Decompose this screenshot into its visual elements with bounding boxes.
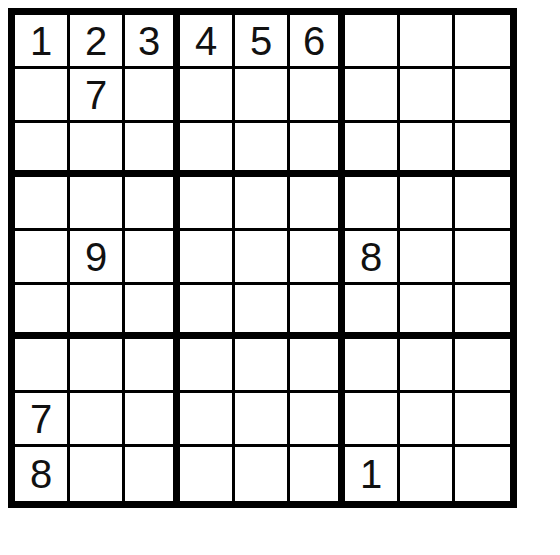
cell-r8c2[interactable] — [70, 393, 125, 447]
cell-r6c5[interactable] — [235, 285, 290, 339]
cell-r2c3[interactable] — [125, 69, 180, 123]
cell-r9c6[interactable] — [290, 447, 345, 501]
cell-r7c3[interactable] — [125, 339, 180, 393]
cell-r2c1[interactable] — [15, 69, 70, 123]
cell-r7c6[interactable] — [290, 339, 345, 393]
cell-r6c4[interactable] — [180, 285, 235, 339]
cell-r4c8[interactable] — [400, 177, 455, 231]
cell-r5c9[interactable] — [455, 231, 510, 285]
cell-r4c6[interactable] — [290, 177, 345, 231]
cell-r4c3[interactable] — [125, 177, 180, 231]
cell-r3c8[interactable] — [400, 123, 455, 177]
cell-r2c8[interactable] — [400, 69, 455, 123]
cell-r2c7[interactable] — [345, 69, 400, 123]
cell-r4c4[interactable] — [180, 177, 235, 231]
sudoku-page: 123456798781 — [0, 0, 560, 555]
cell-r1c7[interactable] — [345, 15, 400, 69]
cell-r1c9[interactable] — [455, 15, 510, 69]
cell-r4c1[interactable] — [15, 177, 70, 231]
cell-r1c3[interactable]: 3 — [125, 15, 180, 69]
cell-r2c9[interactable] — [455, 69, 510, 123]
cell-r8c4[interactable] — [180, 393, 235, 447]
cell-r5c2[interactable]: 9 — [70, 231, 125, 285]
cell-r9c8[interactable] — [400, 447, 455, 501]
cell-r7c5[interactable] — [235, 339, 290, 393]
cell-r5c7[interactable]: 8 — [345, 231, 400, 285]
cell-r8c1[interactable]: 7 — [15, 393, 70, 447]
cell-r6c6[interactable] — [290, 285, 345, 339]
cell-r1c2[interactable]: 2 — [70, 15, 125, 69]
cell-r1c8[interactable] — [400, 15, 455, 69]
cell-r8c3[interactable] — [125, 393, 180, 447]
cell-r4c5[interactable] — [235, 177, 290, 231]
cell-r3c1[interactable] — [15, 123, 70, 177]
cell-r5c6[interactable] — [290, 231, 345, 285]
cell-r7c1[interactable] — [15, 339, 70, 393]
cell-r3c6[interactable] — [290, 123, 345, 177]
cell-r9c3[interactable] — [125, 447, 180, 501]
cell-r7c9[interactable] — [455, 339, 510, 393]
cell-r2c4[interactable] — [180, 69, 235, 123]
cell-r5c8[interactable] — [400, 231, 455, 285]
cell-r4c7[interactable] — [345, 177, 400, 231]
cell-r3c9[interactable] — [455, 123, 510, 177]
cell-r2c5[interactable] — [235, 69, 290, 123]
cell-r5c3[interactable] — [125, 231, 180, 285]
cell-r4c9[interactable] — [455, 177, 510, 231]
cell-r9c5[interactable] — [235, 447, 290, 501]
cell-r4c2[interactable] — [70, 177, 125, 231]
cell-r9c7[interactable]: 1 — [345, 447, 400, 501]
cell-r9c4[interactable] — [180, 447, 235, 501]
cell-r5c4[interactable] — [180, 231, 235, 285]
cell-r2c2[interactable]: 7 — [70, 69, 125, 123]
cell-r6c2[interactable] — [70, 285, 125, 339]
cell-r6c1[interactable] — [15, 285, 70, 339]
cell-r8c9[interactable] — [455, 393, 510, 447]
cell-r3c3[interactable] — [125, 123, 180, 177]
sudoku-board: 123456798781 — [8, 8, 517, 508]
cell-r7c7[interactable] — [345, 339, 400, 393]
cell-r8c8[interactable] — [400, 393, 455, 447]
cell-r1c4[interactable]: 4 — [180, 15, 235, 69]
cell-r9c1[interactable]: 8 — [15, 447, 70, 501]
cell-r7c2[interactable] — [70, 339, 125, 393]
cell-r1c6[interactable]: 6 — [290, 15, 345, 69]
cell-r7c8[interactable] — [400, 339, 455, 393]
cell-r9c9[interactable] — [455, 447, 510, 501]
cell-r5c1[interactable] — [15, 231, 70, 285]
cell-r5c5[interactable] — [235, 231, 290, 285]
cell-r3c5[interactable] — [235, 123, 290, 177]
cell-r2c6[interactable] — [290, 69, 345, 123]
cell-r3c4[interactable] — [180, 123, 235, 177]
cell-r1c5[interactable]: 5 — [235, 15, 290, 69]
cell-r3c2[interactable] — [70, 123, 125, 177]
cell-r8c5[interactable] — [235, 393, 290, 447]
cell-r6c9[interactable] — [455, 285, 510, 339]
cell-r6c3[interactable] — [125, 285, 180, 339]
cell-r1c1[interactable]: 1 — [15, 15, 70, 69]
cell-r8c6[interactable] — [290, 393, 345, 447]
cell-r6c7[interactable] — [345, 285, 400, 339]
cell-r3c7[interactable] — [345, 123, 400, 177]
cell-r6c8[interactable] — [400, 285, 455, 339]
cell-r8c7[interactable] — [345, 393, 400, 447]
cell-r7c4[interactable] — [180, 339, 235, 393]
cell-r9c2[interactable] — [70, 447, 125, 501]
